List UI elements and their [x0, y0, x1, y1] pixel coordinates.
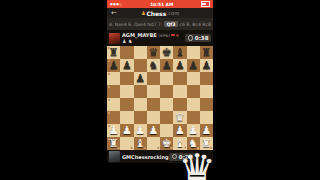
- square-d3[interactable]: [147, 111, 160, 124]
- status-bar: ●●●○ 10:51 AM: [107, 0, 213, 8]
- current-move[interactable]: Qf3: [164, 21, 177, 27]
- square-f8[interactable]: ♝: [173, 46, 186, 59]
- top-player-clock: 0:38: [185, 34, 211, 42]
- video-frame: ●●●○ 10:51 AM ← ♟ Chess .com 4. Nxe4 6. …: [0, 0, 320, 180]
- square-c5[interactable]: [134, 85, 147, 98]
- square-b4[interactable]: [120, 98, 133, 111]
- square-e5[interactable]: [160, 85, 173, 98]
- black-rook: ♜: [109, 47, 119, 58]
- black-pawn: ♟: [135, 73, 145, 84]
- white-pawn: ♟: [148, 125, 158, 136]
- square-d5[interactable]: [147, 85, 160, 98]
- square-e4[interactable]: [160, 98, 173, 111]
- logo-text: Chess: [146, 10, 166, 17]
- phone-screen: ●●●○ 10:51 AM ← ♟ Chess .com 4. Nxe4 6. …: [107, 0, 213, 180]
- square-e7[interactable]: ♟: [160, 59, 173, 72]
- bottom-player-avatar: [109, 151, 120, 162]
- square-a6[interactable]: 6: [107, 72, 120, 85]
- square-e1[interactable]: e♚: [160, 137, 173, 150]
- square-a8[interactable]: 8♜: [107, 46, 120, 59]
- moves-after[interactable]: c6 8. Bc4 Rc8: [180, 22, 211, 27]
- nav-bar: ← ♟ Chess .com: [107, 8, 213, 18]
- square-g6[interactable]: [187, 72, 200, 85]
- black-pawn: ♟: [109, 60, 119, 71]
- square-f4[interactable]: [173, 98, 186, 111]
- square-e8[interactable]: ♚: [160, 46, 173, 59]
- top-player-bar: AGM_MAYBE (696) ♟ ♞ 0:38: [107, 30, 213, 46]
- black-bishop: ♝: [175, 47, 185, 58]
- signal-icon: ●●●○: [110, 2, 122, 6]
- square-h8[interactable]: ♜: [200, 46, 213, 59]
- bottom-player-name: GMChessrocking: [122, 154, 169, 160]
- square-b8[interactable]: [120, 46, 133, 59]
- square-c2[interactable]: ♟: [134, 124, 147, 137]
- white-queen: ♛: [175, 112, 185, 123]
- moves-before[interactable]: 4. Nxe4 6. Qxe4 Nd7 7.: [109, 22, 162, 27]
- black-rook: ♜: [201, 47, 211, 58]
- rank-label: 2: [108, 124, 110, 128]
- square-b5[interactable]: [120, 85, 133, 98]
- square-h7[interactable]: ♟: [200, 59, 213, 72]
- rank-label: 8: [108, 46, 110, 50]
- square-a5[interactable]: 5: [107, 85, 120, 98]
- square-c6[interactable]: ♟: [134, 72, 147, 85]
- black-knight: ♞: [148, 60, 158, 71]
- logo-suffix: .com: [167, 10, 179, 16]
- square-g4[interactable]: [187, 98, 200, 111]
- back-button[interactable]: ←: [111, 8, 117, 18]
- square-c7[interactable]: [134, 59, 147, 72]
- square-b3[interactable]: [120, 111, 133, 124]
- square-b2[interactable]: ♟: [120, 124, 133, 137]
- square-h3[interactable]: [200, 111, 213, 124]
- square-c1[interactable]: c♝: [134, 137, 147, 150]
- square-h5[interactable]: [200, 85, 213, 98]
- square-d1[interactable]: d: [147, 137, 160, 150]
- rank-label: 4: [108, 98, 110, 102]
- logo-pawn-icon: ♟: [141, 10, 146, 16]
- square-f3[interactable]: ♛: [173, 111, 186, 124]
- clock-icon: [172, 154, 178, 160]
- rank-label: 6: [108, 72, 110, 76]
- square-a4[interactable]: 4: [107, 98, 120, 111]
- battery-icon: [201, 1, 210, 7]
- rank-label: 5: [108, 85, 110, 89]
- square-a2[interactable]: 2♟: [107, 124, 120, 137]
- chesscom-logo: ♟ Chess .com: [141, 10, 179, 17]
- square-e6[interactable]: [160, 72, 173, 85]
- white-pawn: ♟: [175, 125, 185, 136]
- black-pawn: ♟: [122, 60, 132, 71]
- square-c4[interactable]: [134, 98, 147, 111]
- overlay-queen-piece: ♛: [178, 149, 213, 180]
- black-pawn: ♟: [162, 60, 172, 71]
- rank-label: 7: [108, 59, 110, 63]
- black-pawn: ♟: [175, 60, 185, 71]
- square-d7[interactable]: ♞: [147, 59, 160, 72]
- black-pawn: ♟: [188, 60, 198, 71]
- square-d6[interactable]: [147, 72, 160, 85]
- square-c8[interactable]: [134, 46, 147, 59]
- move-list[interactable]: 4. Nxe4 6. Qxe4 Nd7 7. Qf3 c6 8. Bc4 Rc8: [107, 18, 213, 30]
- square-b6[interactable]: [120, 72, 133, 85]
- square-e2[interactable]: [160, 124, 173, 137]
- square-a7[interactable]: 7♟: [107, 59, 120, 72]
- square-d4[interactable]: [147, 98, 160, 111]
- black-king: ♚: [162, 47, 172, 58]
- square-b1[interactable]: b: [120, 137, 133, 150]
- square-g5[interactable]: [187, 85, 200, 98]
- square-h2[interactable]: ♟: [200, 124, 213, 137]
- status-time: 10:51 AM: [150, 2, 173, 7]
- black-queen: ♛: [148, 47, 158, 58]
- square-h4[interactable]: [200, 98, 213, 111]
- square-g8[interactable]: [187, 46, 200, 59]
- square-d8[interactable]: ♛: [147, 46, 160, 59]
- square-g7[interactable]: ♟: [187, 59, 200, 72]
- square-f2[interactable]: ♟: [173, 124, 186, 137]
- rank-label: 1: [108, 137, 110, 141]
- square-f6[interactable]: [173, 72, 186, 85]
- square-a3[interactable]: 3: [107, 111, 120, 124]
- square-f7[interactable]: ♟: [173, 59, 186, 72]
- white-pawn: ♟: [201, 125, 211, 136]
- square-e3[interactable]: [160, 111, 173, 124]
- square-f5[interactable]: [173, 85, 186, 98]
- square-d2[interactable]: ♟: [147, 124, 160, 137]
- top-player-rating: (696): [158, 33, 170, 38]
- square-a1[interactable]: 1a♜: [107, 137, 120, 150]
- clock-icon: [188, 35, 194, 41]
- top-player-captured-pieces: ♟ ♞: [122, 39, 179, 44]
- black-pawn: ♟: [201, 60, 211, 71]
- square-h6[interactable]: [200, 72, 213, 85]
- chess-board: 8♜♛♚♝♜7♟♟♞♟♟♟♟6♟543♛2♟♟♟♟♟♟♟1a♜bc♝de♚f♝g…: [107, 46, 213, 150]
- white-pawn: ♟: [188, 125, 198, 136]
- top-player-flag-icon: [171, 34, 175, 37]
- rank-label: 3: [108, 111, 110, 115]
- white-pawn: ♟: [109, 125, 119, 136]
- square-c3[interactable]: [134, 111, 147, 124]
- top-player-avatar: [109, 33, 120, 44]
- square-g2[interactable]: ♟: [187, 124, 200, 137]
- white-pawn: ♟: [135, 125, 145, 136]
- square-b7[interactable]: ♟: [120, 59, 133, 72]
- square-g3[interactable]: [187, 111, 200, 124]
- white-pawn: ♟: [122, 125, 132, 136]
- top-player-badge-icon: [176, 34, 179, 37]
